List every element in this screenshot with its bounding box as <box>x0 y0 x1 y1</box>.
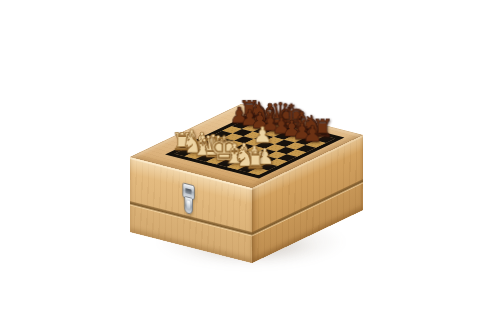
square-h1: ♜ <box>248 168 268 175</box>
piece-black-pawn-h7: ♟ <box>303 123 323 145</box>
clasp-latch-hook <box>184 196 193 215</box>
piece-white-rook-h1: ♜ <box>245 149 267 173</box>
metal-clasp-icon <box>181 182 196 222</box>
chess-gift-box-photo: ♜♞♝♛♚♝♞♜♟♟♟♟♟♟♟♟♟♟♟♟♟♟♟♟♜♞♝♛♚♝♞♜ <box>0 0 500 325</box>
